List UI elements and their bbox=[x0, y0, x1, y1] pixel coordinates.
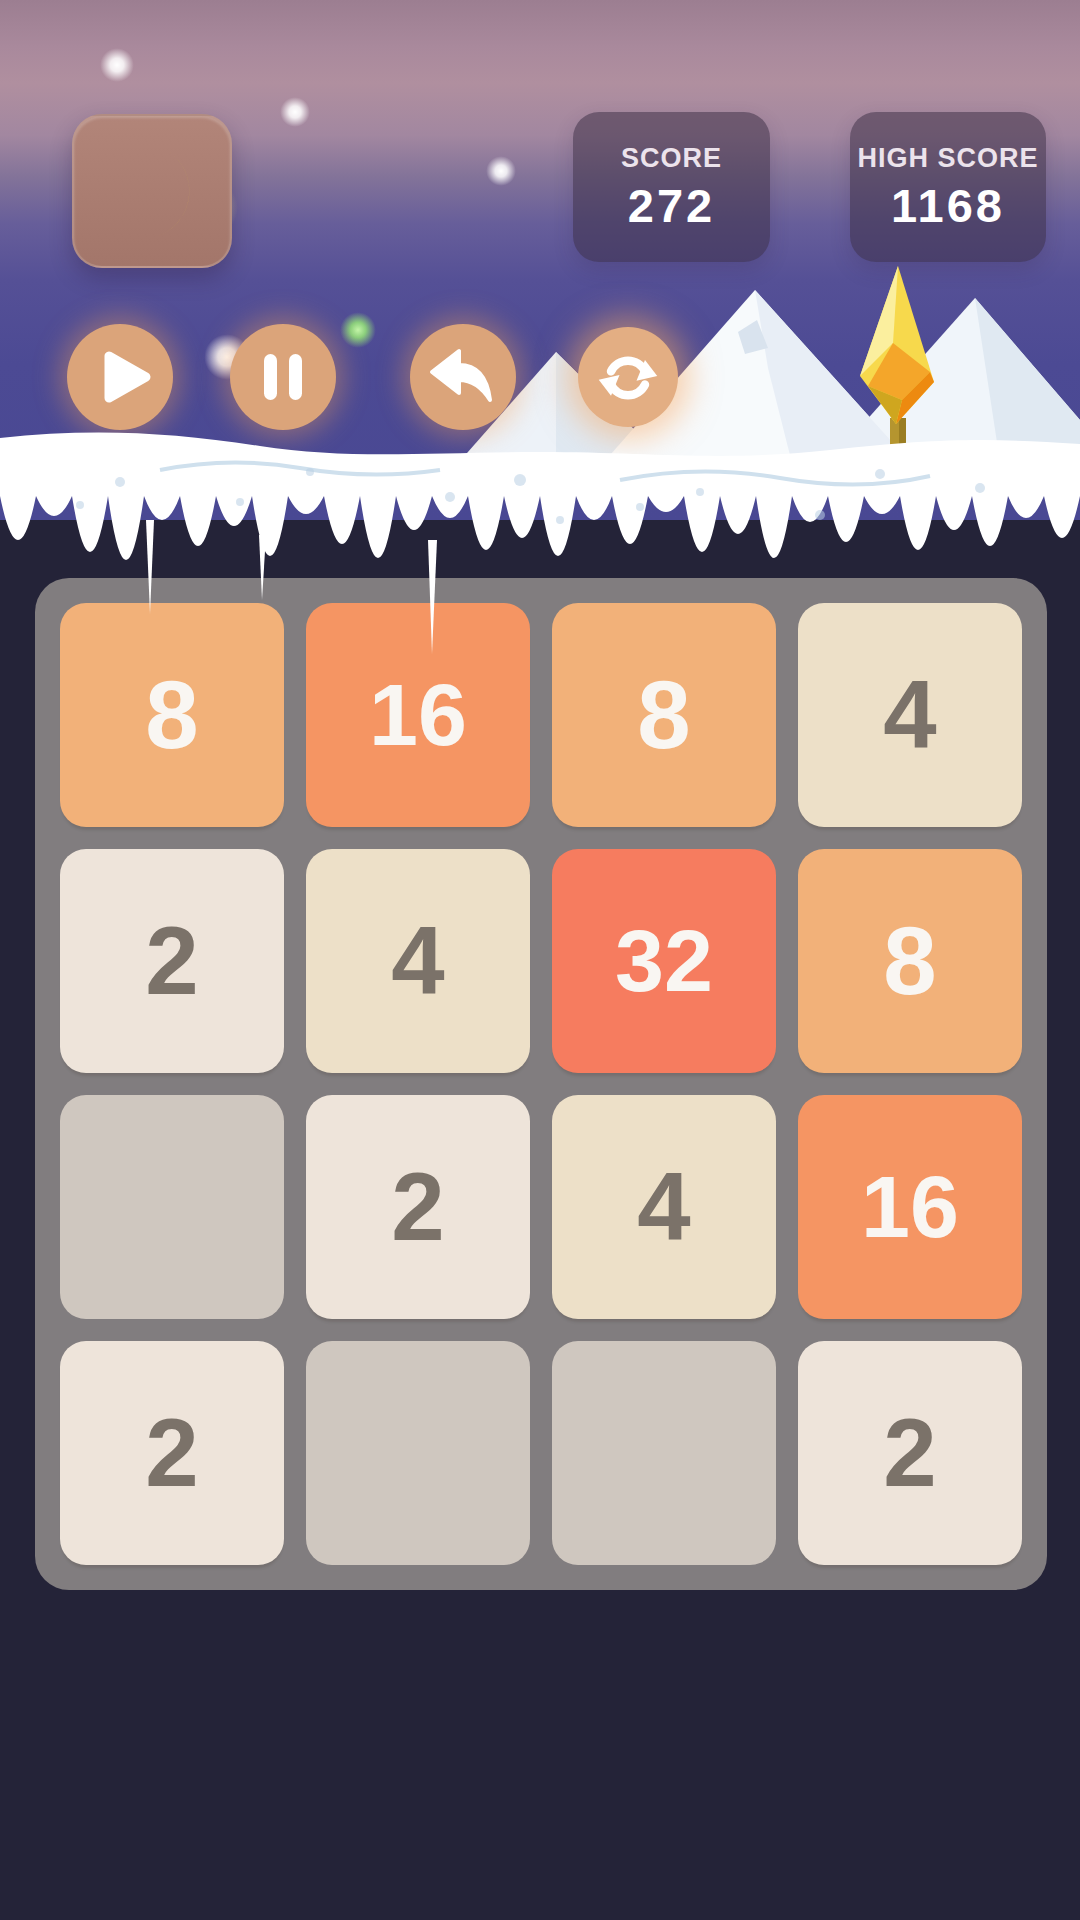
tile-16: 16 bbox=[798, 1095, 1022, 1319]
tile-2: 2 bbox=[306, 1095, 530, 1319]
star bbox=[486, 156, 516, 186]
empty-cell bbox=[306, 1341, 530, 1565]
tile-4: 4 bbox=[306, 849, 530, 1073]
snow-bank bbox=[0, 408, 1080, 680]
tile-4: 4 bbox=[552, 1095, 776, 1319]
tile-2: 2 bbox=[60, 849, 284, 1073]
star bbox=[100, 48, 134, 82]
night-mode-button[interactable] bbox=[72, 114, 232, 268]
board[interactable]: 8168424328241622 bbox=[35, 578, 1047, 1590]
tile-2: 2 bbox=[798, 1341, 1022, 1565]
game-screen: SCORE 272 HIGH SCORE 1168 bbox=[0, 0, 1080, 1920]
score-label: SCORE bbox=[621, 145, 722, 172]
high-score-label: HIGH SCORE bbox=[857, 145, 1038, 172]
star bbox=[280, 97, 310, 127]
empty-cell bbox=[60, 1095, 284, 1319]
high-score-panel: HIGH SCORE 1168 bbox=[850, 112, 1046, 262]
empty-cell bbox=[552, 1341, 776, 1565]
high-score-value: 1168 bbox=[891, 182, 1005, 229]
tile-8: 8 bbox=[798, 849, 1022, 1073]
tile-2: 2 bbox=[60, 1341, 284, 1565]
crescent-moon-icon bbox=[74, 116, 230, 266]
score-value: 272 bbox=[628, 182, 715, 229]
score-panel: SCORE 272 bbox=[573, 112, 770, 262]
tile-32: 32 bbox=[552, 849, 776, 1073]
